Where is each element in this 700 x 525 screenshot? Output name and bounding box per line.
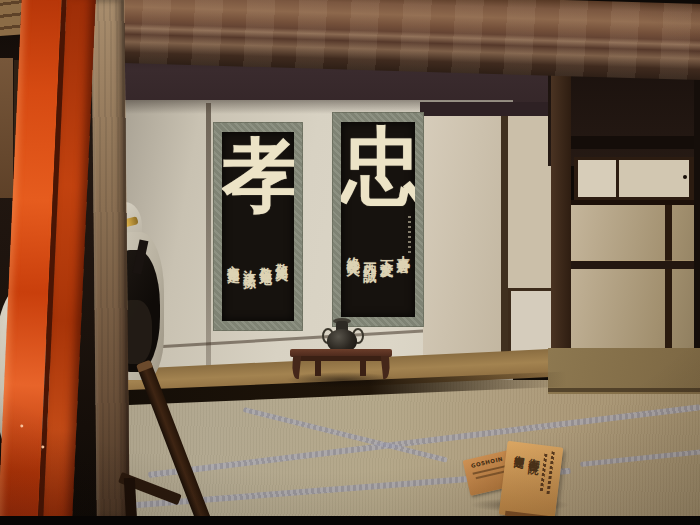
scroll-verse-column: 上事於君 bbox=[396, 245, 410, 309]
wood-grain bbox=[91, 0, 129, 520]
staggered-shelf bbox=[570, 261, 700, 269]
table-leg bbox=[315, 358, 321, 376]
sign-smallprint-column bbox=[546, 451, 554, 495]
wood-pillar bbox=[91, 0, 129, 520]
sign-smallprint-column bbox=[540, 453, 548, 491]
shoin-room-photo: 孝 敬父如天 敬母如地 汝之子孫 亦復如是 忠 上事於君 下交於友 内外一誠 終… bbox=[0, 0, 700, 525]
scroll-verse-column: 亦復如是 bbox=[227, 255, 240, 315]
scroll-verse-column: 下交於友 bbox=[380, 249, 394, 309]
scroll-verse-column: 敬父如天 bbox=[276, 253, 289, 315]
cabinet-door-left bbox=[578, 160, 616, 197]
shelf-bay-wall bbox=[566, 205, 700, 355]
display-table-apron bbox=[296, 356, 386, 361]
tatami-right-room-edge bbox=[548, 388, 700, 392]
left-door-post bbox=[0, 58, 13, 198]
scroll-verse-column: 終能長久 bbox=[346, 247, 360, 309]
scroll-verse-column: 内外一誠 bbox=[363, 252, 377, 309]
scroll-verse-column: 敬母如地 bbox=[260, 257, 273, 315]
scroll-black-panel: 忠 上事於君 下交於友 内外一誠 終能長久 bbox=[341, 122, 415, 317]
room-name-sign: 御書院 御寝之間 bbox=[499, 441, 564, 521]
pillar-nail-glint bbox=[20, 424, 23, 427]
scroll-main-character: 忠 bbox=[341, 127, 415, 205]
table-leg bbox=[360, 358, 366, 376]
cabinet-door-right bbox=[619, 160, 689, 197]
sign-room-name-primary: 御書院 bbox=[522, 449, 541, 514]
filial-piety-scroll: 孝 敬父如天 敬母如地 汝之子孫 亦復如是 bbox=[213, 122, 303, 331]
loyalty-scroll: 忠 上事於君 下交於友 内外一誠 終能長久 bbox=[332, 112, 424, 327]
scroll-verse-column: 汝之子孫 bbox=[243, 260, 256, 315]
wall-corner-seam bbox=[206, 103, 211, 393]
table-shadow bbox=[286, 372, 398, 388]
scroll-black-panel: 孝 敬父如天 敬母如地 汝之子孫 亦復如是 bbox=[222, 132, 294, 321]
room-divider-pillar bbox=[551, 70, 571, 392]
photo-bottom-strip bbox=[0, 516, 700, 525]
shelf-bay-beam bbox=[565, 136, 700, 149]
shoji-panel-left bbox=[423, 116, 503, 360]
right-edge-shadow bbox=[694, 56, 700, 356]
cabinet-knob bbox=[683, 175, 687, 179]
pillar-nail-glint bbox=[41, 445, 44, 448]
shelf-support-post bbox=[665, 205, 672, 355]
scroll-main-character: 孝 bbox=[222, 137, 294, 213]
